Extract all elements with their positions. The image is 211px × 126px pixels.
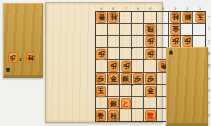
board-square-4a[interactable] [157, 12, 169, 24]
piece-kanji: 金 [172, 26, 179, 33]
board-square-8d[interactable] [108, 48, 120, 60]
board-square-8g[interactable] [108, 85, 120, 97]
piece-kanji: 歩 [184, 38, 191, 45]
board-square-7b[interactable] [120, 24, 132, 36]
gote-player-mark-icon [6, 68, 10, 73]
board-square-7a[interactable] [120, 12, 132, 24]
sente-pawn-5f[interactable]: 歩 [145, 73, 155, 84]
board-square-4b[interactable] [157, 24, 169, 36]
piece-kanji: 桂 [27, 54, 33, 60]
piece-kanji: 銀 [122, 75, 129, 82]
board-square-6e[interactable] [132, 60, 144, 72]
board-square-2b[interactable] [181, 24, 193, 36]
gote-pawn-8e[interactable]: 歩 [108, 61, 118, 72]
board-square-6h[interactable] [132, 97, 144, 109]
shogi-app: 歩2桂 987654321 一二三四五六七八九 香桂桂銀玉飛金歩歩歩歩歩金歩歩歩… [0, 0, 210, 126]
board-square-9h[interactable] [96, 97, 108, 109]
piece-kanji: 桂 [172, 14, 179, 21]
sente-knight-8i[interactable]: 桂 [108, 110, 118, 121]
piece-kanji: と [122, 100, 129, 107]
board-square-6i[interactable] [132, 109, 144, 121]
gote-hand-knight[interactable]: 桂 [26, 52, 36, 63]
piece-kanji: 歩 [147, 51, 154, 58]
piece-kanji: 桂 [110, 14, 117, 21]
piece-kanji: 桂 [110, 112, 117, 119]
sente-captured-stand[interactable] [166, 47, 208, 126]
board-square-5e[interactable] [144, 60, 156, 72]
piece-kanji: 歩 [98, 75, 105, 82]
board-square-6a[interactable] [132, 12, 144, 24]
gote-pawn-9d[interactable]: 歩 [96, 49, 106, 60]
gote-hand-pawn[interactable]: 歩 [8, 52, 18, 63]
rank-label: 一 [207, 13, 211, 20]
gote-captured-stand[interactable]: 歩2桂 [3, 3, 43, 78]
hoshi-point [131, 84, 133, 86]
sente-lance-9i[interactable]: 香 [96, 110, 106, 121]
gote-pawn-5d[interactable]: 歩 [145, 49, 155, 60]
gote-pawn-3c[interactable]: 歩 [170, 36, 180, 47]
sente-tokin-7h[interactable]: と [121, 98, 131, 109]
piece-kanji: 玉 [98, 88, 105, 95]
board-square-9b[interactable] [96, 24, 108, 36]
piece-kanji: 銀 [110, 100, 117, 107]
gote-silver-2a[interactable]: 銀 [182, 12, 192, 23]
board-square-5h[interactable] [144, 97, 156, 109]
piece-kanji: 玉 [196, 14, 203, 21]
board-square-6b[interactable] [132, 24, 144, 36]
board-square-7i[interactable] [120, 109, 132, 121]
hoshi-point [131, 47, 133, 49]
board-square-5a[interactable] [144, 12, 156, 24]
piece-kanji: 金 [110, 75, 117, 82]
file-labels: 987654321 [95, 3, 206, 11]
gote-knight-3a[interactable]: 桂 [170, 12, 180, 23]
piece-kanji: 香 [98, 14, 105, 21]
shogi-board: 987654321 一二三四五六七八九 香桂桂銀玉飛金歩歩歩歩歩金歩歩歩角歩金銀… [45, 2, 163, 123]
gote-pawn-5c[interactable]: 歩 [145, 36, 155, 47]
piece-kanji: 歩 [147, 38, 154, 45]
gote-pawn-2c[interactable]: 歩 [182, 36, 192, 47]
sente-gold-8f[interactable]: 金 [108, 73, 118, 84]
board-square-8b[interactable] [108, 24, 120, 36]
gote-rook-5b[interactable]: 飛 [145, 24, 155, 35]
sente-dragon-5i[interactable]: 龍 [145, 110, 155, 121]
gote-king-1a[interactable]: 玉 [195, 12, 205, 23]
piece-kanji: 歩 [110, 63, 117, 70]
piece-kanji: 歩 [98, 51, 105, 58]
piece-kanji: 香 [98, 112, 105, 119]
board-square-7d[interactable] [120, 48, 132, 60]
board-square-6d[interactable] [132, 48, 144, 60]
rank-label: 三 [207, 38, 211, 45]
rank-label: 二 [207, 26, 211, 33]
gote-lance-9a[interactable]: 香 [96, 12, 106, 23]
board-square-8c[interactable] [108, 36, 120, 48]
piece-kanji: 金 [147, 88, 154, 95]
sente-pawn-6f[interactable]: 歩 [133, 73, 143, 84]
sente-gold-5g[interactable]: 金 [145, 86, 155, 97]
gote-knight-8a[interactable]: 桂 [108, 12, 118, 23]
piece-kanji: 龍 [147, 112, 154, 119]
board-square-9e[interactable] [96, 60, 108, 72]
piece-kanji: 歩 [172, 38, 179, 45]
gote-hand-pieces: 歩2桂 [8, 52, 40, 63]
gote-pawn-7e[interactable]: 歩 [121, 61, 131, 72]
sente-king-9g[interactable]: 玉 [96, 86, 106, 97]
sente-player-mark-icon [169, 50, 173, 55]
piece-kanji: 歩 [10, 54, 16, 60]
piece-kanji: 歩 [135, 75, 142, 82]
hand-piece-count: 2 [19, 57, 22, 62]
sente-silver-8h[interactable]: 銀 [108, 98, 118, 109]
piece-kanji: 銀 [184, 14, 191, 21]
piece-kanji: 歩 [147, 75, 154, 82]
board-square-1b[interactable] [193, 24, 205, 36]
piece-kanji: 飛 [147, 26, 154, 33]
gote-gold-3b[interactable]: 金 [170, 24, 180, 35]
board-square-6g[interactable] [132, 85, 144, 97]
sente-pawn-9f[interactable]: 歩 [96, 73, 106, 84]
piece-kanji: 歩 [122, 63, 129, 70]
board-square-7g[interactable] [120, 85, 132, 97]
board-square-6c[interactable] [132, 36, 144, 48]
sente-silver-7f[interactable]: 銀 [121, 73, 131, 84]
board-square-9c[interactable] [96, 36, 108, 48]
